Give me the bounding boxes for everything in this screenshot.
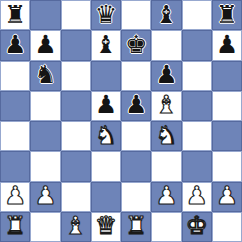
square-f7[interactable] <box>151 30 181 60</box>
white-pawn[interactable]: ♟ <box>185 183 207 208</box>
square-b5[interactable] <box>30 91 60 121</box>
square-b1[interactable] <box>30 212 60 242</box>
square-e2[interactable] <box>121 182 151 212</box>
square-c1[interactable]: ♝ <box>61 212 91 242</box>
square-d3[interactable] <box>91 151 121 181</box>
square-e3[interactable] <box>121 151 151 181</box>
square-c3[interactable] <box>61 151 91 181</box>
square-a4[interactable] <box>0 121 30 151</box>
black-pawn[interactable]: ♟ <box>216 32 238 57</box>
black-bishop[interactable]: ♝ <box>155 2 177 27</box>
black-queen[interactable]: ♛ <box>95 2 117 27</box>
square-g7[interactable] <box>182 30 212 60</box>
square-c4[interactable] <box>61 121 91 151</box>
white-rook[interactable]: ♜ <box>125 213 147 238</box>
black-pawn[interactable]: ♟ <box>155 62 177 87</box>
square-f4[interactable]: ♞ <box>151 121 181 151</box>
square-c8[interactable] <box>61 0 91 30</box>
square-h4[interactable] <box>212 121 242 151</box>
square-g4[interactable] <box>182 121 212 151</box>
square-g2[interactable]: ♟ <box>182 182 212 212</box>
square-f3[interactable] <box>151 151 181 181</box>
square-a8[interactable]: ♜ <box>0 0 30 30</box>
square-g5[interactable] <box>182 91 212 121</box>
black-king[interactable]: ♚ <box>125 32 147 57</box>
square-f1[interactable] <box>151 212 181 242</box>
square-f6[interactable]: ♟ <box>151 61 181 91</box>
square-d8[interactable]: ♛ <box>91 0 121 30</box>
white-bishop[interactable]: ♝ <box>64 213 86 238</box>
white-bishop[interactable]: ♝ <box>155 92 177 117</box>
square-e1[interactable]: ♜ <box>121 212 151 242</box>
square-b4[interactable] <box>30 121 60 151</box>
black-bishop[interactable]: ♝ <box>95 32 117 57</box>
square-b3[interactable] <box>30 151 60 181</box>
square-h5[interactable] <box>212 91 242 121</box>
white-pawn[interactable]: ♟ <box>216 183 238 208</box>
square-a5[interactable] <box>0 91 30 121</box>
square-e4[interactable] <box>121 121 151 151</box>
square-b8[interactable] <box>30 0 60 30</box>
white-pawn[interactable]: ♟ <box>155 183 177 208</box>
square-a6[interactable] <box>0 61 30 91</box>
black-pawn[interactable]: ♟ <box>95 92 117 117</box>
square-g6[interactable] <box>182 61 212 91</box>
square-h2[interactable]: ♟ <box>212 182 242 212</box>
square-f5[interactable]: ♝ <box>151 91 181 121</box>
square-h8[interactable]: ♜ <box>212 0 242 30</box>
square-a1[interactable]: ♜ <box>0 212 30 242</box>
black-knight[interactable]: ♞ <box>34 62 56 87</box>
square-e8[interactable] <box>121 0 151 30</box>
black-rook[interactable]: ♜ <box>216 2 238 27</box>
square-b6[interactable]: ♞ <box>30 61 60 91</box>
black-rook[interactable]: ♜ <box>4 2 26 27</box>
chess-board: ♜♛♝♜♟♟♝♚♟♞♟♟♟♝♞♞♟♟♟♟♟♜♝♛♜♚ <box>0 0 242 242</box>
square-e6[interactable] <box>121 61 151 91</box>
square-d1[interactable]: ♛ <box>91 212 121 242</box>
white-queen[interactable]: ♛ <box>95 213 117 238</box>
white-king[interactable]: ♚ <box>185 213 207 238</box>
square-a7[interactable]: ♟ <box>0 30 30 60</box>
square-h7[interactable]: ♟ <box>212 30 242 60</box>
square-c7[interactable] <box>61 30 91 60</box>
square-d6[interactable] <box>91 61 121 91</box>
white-rook[interactable]: ♜ <box>4 213 26 238</box>
square-e7[interactable]: ♚ <box>121 30 151 60</box>
square-h6[interactable] <box>212 61 242 91</box>
white-pawn[interactable]: ♟ <box>4 183 26 208</box>
square-f8[interactable]: ♝ <box>151 0 181 30</box>
white-knight[interactable]: ♞ <box>155 123 177 148</box>
white-pawn[interactable]: ♟ <box>34 183 56 208</box>
square-f2[interactable]: ♟ <box>151 182 181 212</box>
square-b2[interactable]: ♟ <box>30 182 60 212</box>
square-g8[interactable] <box>182 0 212 30</box>
square-c5[interactable] <box>61 91 91 121</box>
square-c6[interactable] <box>61 61 91 91</box>
square-g3[interactable] <box>182 151 212 181</box>
square-d7[interactable]: ♝ <box>91 30 121 60</box>
square-d5[interactable]: ♟ <box>91 91 121 121</box>
black-pawn[interactable]: ♟ <box>4 32 26 57</box>
black-pawn[interactable]: ♟ <box>125 92 147 117</box>
square-a3[interactable] <box>0 151 30 181</box>
square-a2[interactable]: ♟ <box>0 182 30 212</box>
white-knight[interactable]: ♞ <box>95 123 117 148</box>
square-c2[interactable] <box>61 182 91 212</box>
square-d4[interactable]: ♞ <box>91 121 121 151</box>
square-g1[interactable]: ♚ <box>182 212 212 242</box>
square-d2[interactable] <box>91 182 121 212</box>
square-e5[interactable]: ♟ <box>121 91 151 121</box>
square-h3[interactable] <box>212 151 242 181</box>
black-pawn[interactable]: ♟ <box>34 32 56 57</box>
square-h1[interactable] <box>212 212 242 242</box>
square-b7[interactable]: ♟ <box>30 30 60 60</box>
